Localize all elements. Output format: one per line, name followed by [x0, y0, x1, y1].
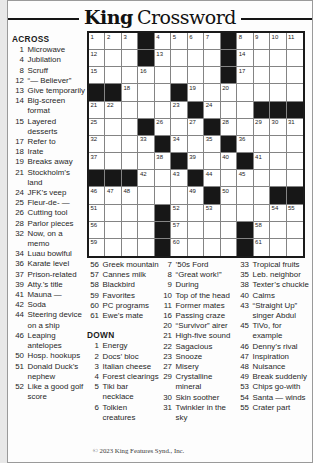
grid-cell[interactable]	[287, 67, 303, 84]
clue-text: Crystalline mineral	[176, 372, 238, 392]
grid-cell[interactable]: 6	[188, 33, 204, 50]
grid-cell[interactable]	[287, 50, 303, 67]
clue-item: 23Snooze	[160, 352, 237, 362]
clue-number: 52	[12, 382, 24, 402]
cell-number: 21	[91, 102, 98, 109]
grid-cell[interactable]	[122, 119, 138, 136]
clue-item: 12“— Believer”	[12, 76, 86, 86]
grid-cell[interactable]	[188, 67, 204, 84]
grid-cell[interactable]	[221, 205, 237, 222]
grid-cell[interactable]	[287, 136, 303, 153]
masthead-rule-left	[8, 18, 79, 20]
clue-text: Breaks away	[28, 157, 87, 167]
black-cell	[105, 170, 121, 187]
clue-text: Layered desserts	[28, 117, 87, 137]
grid-cell[interactable]	[138, 239, 154, 256]
across-clue-list-continued: 56Greek mountain57Cannes milk58Blackbird…	[87, 260, 159, 321]
grid-cell[interactable]: 27	[188, 119, 204, 136]
clue-number: 39	[12, 280, 24, 290]
clue-item: 35Leb. neighbor	[237, 270, 312, 280]
clue-number: 6	[87, 403, 99, 423]
grid-cell[interactable]	[270, 67, 286, 84]
clue-item: 15Layered desserts	[12, 117, 86, 137]
black-cell	[221, 33, 237, 50]
grid-cell[interactable]	[221, 222, 237, 239]
clue-number: 24	[12, 188, 24, 198]
cell-number: 45	[239, 171, 246, 178]
down-section: DOWN 1Energy2Docs’ bloc3Italian cheese4F…	[87, 330, 159, 423]
clue-text: PC programs	[103, 301, 160, 311]
clue-item: 16Passing craze	[160, 311, 237, 321]
cell-number: 47	[107, 188, 114, 195]
cell-number: 15	[91, 68, 98, 75]
cell-number: 26	[156, 119, 163, 126]
grid-cell[interactable]	[105, 136, 121, 153]
grid-cell[interactable]: 18	[122, 84, 138, 101]
grid-cell[interactable]: 36	[237, 136, 253, 153]
clue-number: 18	[12, 147, 24, 157]
cell-number: 10	[272, 34, 279, 41]
grid-cell[interactable]	[188, 50, 204, 67]
grid-cell[interactable]	[105, 67, 121, 84]
clue-number: 46	[237, 342, 249, 352]
cell-number: 36	[239, 136, 246, 143]
grid-cell[interactable]: 33	[138, 136, 154, 153]
grid-cell[interactable]: 26	[155, 119, 171, 136]
clue-item: 58Blackbird	[87, 280, 159, 290]
clue-number: 29	[160, 372, 172, 392]
grid-cell[interactable]	[237, 187, 253, 204]
clue-text: Tropical fruits	[253, 260, 313, 270]
clue-text: Inspiration	[253, 352, 313, 362]
grid-cell[interactable]	[105, 50, 121, 67]
black-cell	[171, 84, 187, 101]
clue-number: 46	[12, 331, 24, 351]
grid-cell[interactable]	[270, 50, 286, 67]
grid-cell[interactable]	[105, 239, 121, 256]
grid-cell[interactable]	[221, 170, 237, 187]
grid-cell[interactable]: 51	[89, 205, 105, 222]
cell-number: 57	[173, 222, 180, 229]
grid-cell[interactable]: 15	[89, 67, 105, 84]
clue-column-2: 56Greek mountain57Cannes milk58Blackbird…	[87, 260, 159, 423]
grid-cell[interactable]: 44	[204, 170, 220, 187]
grid-cell[interactable]	[270, 136, 286, 153]
clue-item: 44Steering device on a ship	[12, 310, 86, 330]
grid-cell[interactable]: 12	[89, 50, 105, 67]
grid-cell[interactable]	[122, 136, 138, 153]
grid-cell[interactable]: 8	[237, 33, 253, 50]
grid-cell[interactable]: 55	[287, 205, 303, 222]
clue-item: 30Skin soother	[160, 393, 237, 403]
black-cell	[221, 50, 237, 67]
clue-number: 25	[12, 198, 24, 208]
cell-number: 22	[107, 102, 114, 109]
grid-cell[interactable]	[155, 84, 171, 101]
clue-number: 55	[237, 403, 249, 413]
grid-cell[interactable]	[221, 102, 237, 119]
clue-text: Refer to	[28, 137, 87, 147]
cell-number: 42	[140, 171, 147, 178]
clue-item: 28Parlor pieces	[12, 219, 86, 229]
clue-item: 34Luau bowlful	[12, 249, 86, 259]
cell-number: 2	[107, 34, 110, 41]
grid-cell[interactable]: 41	[254, 153, 270, 170]
grid-cell[interactable]: 47	[105, 187, 121, 204]
clue-item: 27Misery	[160, 362, 237, 372]
clue-item: 18Irate	[12, 147, 86, 157]
clue-item: 59Favorites	[87, 291, 159, 301]
clue-number: 44	[12, 310, 24, 330]
clue-item: 41Mauna —	[12, 290, 86, 300]
clue-item: 40Calms	[237, 291, 312, 301]
grid-cell[interactable]	[287, 170, 303, 187]
clue-text: Leb. neighbor	[253, 270, 313, 280]
across-clue-column: ACROSS 1Microwave4Jubilation8Scruff12“— …	[12, 34, 86, 402]
clue-number: 34	[12, 249, 24, 259]
grid-cell[interactable]: 50	[221, 187, 237, 204]
grid-cell[interactable]	[122, 153, 138, 170]
down-clue-list: 1Energy2Docs’ bloc3Italian cheese4Forest…	[87, 341, 159, 423]
grid-cell[interactable]	[138, 153, 154, 170]
grid-cell[interactable]: 9	[254, 33, 270, 50]
cell-number: 5	[173, 34, 176, 41]
clue-number: 37	[12, 270, 24, 280]
grid-cell[interactable]	[138, 84, 154, 101]
cell-number: 27	[189, 119, 196, 126]
grid-cell[interactable]	[122, 222, 138, 239]
clue-item: 14Big-screen format	[12, 96, 86, 116]
grid-cell[interactable]: 61	[254, 239, 270, 256]
grid-cell[interactable]	[122, 50, 138, 67]
grid-cell[interactable]	[171, 119, 187, 136]
grid-cell[interactable]: 31	[287, 119, 303, 136]
grid-cell[interactable]: 13	[155, 50, 171, 67]
clue-number: 28	[12, 219, 24, 229]
grid-cell[interactable]: 4	[155, 33, 171, 50]
black-cell	[138, 33, 154, 50]
clue-number: 53	[237, 382, 249, 392]
clue-item: 17Refer to	[12, 137, 86, 147]
grid-cell[interactable]	[155, 187, 171, 204]
grid-cell[interactable]	[105, 222, 121, 239]
grid-cell[interactable]	[237, 119, 253, 136]
grid-cell[interactable]: 21	[89, 102, 105, 119]
grid-cell[interactable]: 56	[89, 222, 105, 239]
clue-number: 14	[12, 96, 24, 116]
clue-text: Luau bowlful	[28, 249, 87, 259]
grid-cell[interactable]	[237, 84, 253, 101]
grid-cell[interactable]	[270, 170, 286, 187]
clue-item: 8“Great work!”	[160, 270, 237, 280]
clue-item: 10Top of the head	[160, 291, 237, 301]
masthead-rule-right	[241, 18, 312, 20]
clue-text: Misery	[176, 362, 238, 372]
clue-item: 4Forest clearings	[87, 372, 159, 382]
down-header: DOWN	[87, 330, 159, 340]
grid-cell[interactable]: 53	[204, 205, 220, 222]
grid-cell[interactable]	[254, 84, 270, 101]
grid-cell[interactable]	[155, 170, 171, 187]
grid-cell[interactable]: 60	[171, 239, 187, 256]
clue-text: Italian cheese	[103, 362, 160, 372]
clue-text: Nuisance	[253, 362, 313, 372]
grid-cell[interactable]: 35	[204, 136, 220, 153]
clue-item: 43“Straight Up” singer Abdul	[237, 301, 312, 321]
clue-item: 2Docs’ bloc	[87, 352, 159, 362]
clue-text: Give temporarily	[28, 86, 87, 96]
clue-number: 3	[87, 362, 99, 372]
clue-number: 4	[87, 372, 99, 382]
down-clue-list-end: 33Tropical fruits35Leb. neighbor38Texter…	[237, 260, 312, 413]
grid-cell[interactable]: 14	[237, 50, 253, 67]
grid-cell[interactable]	[254, 170, 270, 187]
cell-number: 1	[91, 34, 94, 41]
grid-cell[interactable]: 32	[89, 136, 105, 153]
clue-text: Cutting tool	[28, 208, 87, 218]
grid-cell[interactable]	[105, 205, 121, 222]
clue-number: 56	[87, 260, 99, 270]
cell-number: 30	[272, 119, 279, 126]
clue-item: 51Donald Duck’s nephew	[12, 362, 86, 382]
grid-cell[interactable]: 38	[155, 153, 171, 170]
clue-number: 4	[12, 55, 24, 65]
clue-number: 16	[160, 311, 172, 321]
grid-cell[interactable]	[287, 84, 303, 101]
grid-cell[interactable]	[122, 239, 138, 256]
clue-item: 8Scruff	[12, 66, 86, 76]
grid-cell[interactable]: 46	[89, 187, 105, 204]
grid-cell[interactable]: 24	[204, 102, 220, 119]
clue-text: Big-screen format	[28, 96, 87, 116]
clue-text: Jubilation	[28, 55, 87, 65]
grid-cell[interactable]	[204, 153, 220, 170]
grid-cell[interactable]	[254, 187, 270, 204]
grid-cell[interactable]	[254, 136, 270, 153]
crossword-grid: 1234567891011121314151617181920212223242…	[87, 31, 305, 258]
black-cell	[237, 222, 253, 239]
clue-item: 21High-five sound	[160, 331, 237, 341]
black-cell	[237, 239, 253, 256]
grid-cell[interactable]: 29	[254, 119, 270, 136]
clue-text: Atty.’s title	[28, 280, 87, 290]
cell-number: 48	[123, 188, 130, 195]
clue-number: 47	[237, 352, 249, 362]
grid-cell[interactable]: 49	[188, 187, 204, 204]
grid-cell[interactable]: 19	[188, 84, 204, 101]
clue-text: Soda	[28, 300, 87, 310]
grid-cell[interactable]	[270, 222, 286, 239]
clue-number: 50	[12, 351, 24, 361]
grid-cell[interactable]: 23	[171, 102, 187, 119]
clue-item: 7’50s Ford	[160, 260, 237, 270]
grid-cell[interactable]: 20	[221, 84, 237, 101]
cell-number: 23	[173, 102, 180, 109]
cell-number: 17	[239, 68, 246, 75]
grid-cell[interactable]	[254, 205, 270, 222]
grid-cell[interactable]	[287, 222, 303, 239]
clue-text: Karate level	[28, 259, 87, 269]
grid-cell[interactable]: 16	[138, 67, 154, 84]
clue-text: Former mates	[176, 301, 238, 311]
clue-number: 45	[237, 321, 249, 341]
clue-item: 37Prison-related	[12, 270, 86, 280]
grid-cell[interactable]	[155, 67, 171, 84]
clue-text: During	[176, 280, 238, 290]
grid-cell[interactable]	[105, 153, 121, 170]
copyright-line: © 2023 King Features Synd., Inc.	[46, 447, 231, 454]
clue-number: 49	[237, 372, 249, 382]
grid-cell[interactable]	[270, 153, 286, 170]
clue-text: Chips go-with	[253, 382, 313, 392]
grid-cell[interactable]	[138, 187, 154, 204]
clue-number: 60	[87, 301, 99, 311]
clue-text: Favorites	[103, 291, 160, 301]
black-cell	[138, 50, 154, 67]
grid-cell[interactable]: 1	[89, 33, 105, 50]
across-clue-list: 1Microwave4Jubilation8Scruff12“— Believe…	[12, 45, 86, 402]
grid-cell[interactable]: 42	[138, 170, 154, 187]
cell-number: 53	[206, 205, 213, 212]
grid-cell[interactable]	[287, 239, 303, 256]
grid-cell[interactable]	[171, 50, 187, 67]
grid-cell[interactable]	[188, 205, 204, 222]
clue-number: 19	[12, 157, 24, 167]
black-cell	[171, 153, 187, 170]
grid-cell[interactable]	[138, 222, 154, 239]
clue-item: 53Chips go-with	[237, 382, 312, 392]
cell-number: 33	[140, 136, 147, 143]
clue-item: 5Tiki bar necklace	[87, 382, 159, 402]
grid-cell[interactable]: 39	[188, 153, 204, 170]
grid-cell[interactable]: 48	[122, 187, 138, 204]
clue-text: “Great work!”	[176, 270, 238, 280]
grid-cell[interactable]: 22	[105, 102, 121, 119]
grid-cell[interactable]	[122, 67, 138, 84]
clue-item: 36Karate level	[12, 259, 86, 269]
clue-number: 51	[12, 362, 24, 382]
clue-item: 11Former mates	[160, 301, 237, 311]
grid-cell[interactable]	[138, 102, 154, 119]
clue-text: Skin soother	[176, 393, 238, 403]
grid-cell[interactable]	[270, 84, 286, 101]
grid-cell[interactable]: 59	[89, 239, 105, 256]
across-header: ACROSS	[12, 34, 86, 44]
black-cell	[105, 84, 121, 101]
cell-number: 39	[189, 154, 196, 161]
clue-text: Now, on a memo	[28, 229, 87, 249]
black-cell	[155, 136, 171, 153]
grid-cell[interactable]: 17	[237, 67, 253, 84]
grid-cell[interactable]: 28	[221, 119, 237, 136]
clue-text: Tolkien creatures	[103, 403, 160, 423]
grid-cell[interactable]	[188, 239, 204, 256]
grid-cell[interactable]: 43	[171, 170, 187, 187]
clue-item: 24JFK’s veep	[12, 188, 86, 198]
grid-cell[interactable]: 40	[221, 153, 237, 170]
grid-cell[interactable]	[287, 153, 303, 170]
clue-item: 9During	[160, 280, 237, 290]
clue-number: 57	[87, 270, 99, 280]
grid-cell[interactable]	[188, 136, 204, 153]
clue-number: 26	[12, 208, 24, 218]
clue-item: 47Inspiration	[237, 352, 312, 362]
grid-cell[interactable]: 34	[171, 136, 187, 153]
clue-item: 42Soda	[12, 300, 86, 310]
clue-text: Top of the head	[176, 291, 238, 301]
grid-cell[interactable]	[122, 102, 138, 119]
clue-item: 61Ewe’s mate	[87, 311, 159, 321]
grid-cell[interactable]	[138, 205, 154, 222]
grid-cell[interactable]	[171, 187, 187, 204]
black-cell	[138, 119, 154, 136]
clue-item: 1Energy	[87, 341, 159, 351]
grid-cell[interactable]	[122, 205, 138, 222]
grid-cell[interactable]	[237, 205, 253, 222]
grid-cell[interactable]: 54	[270, 205, 286, 222]
grid-cell[interactable]: 30	[270, 119, 286, 136]
grid-cell[interactable]	[105, 119, 121, 136]
grid-cell[interactable]	[270, 239, 286, 256]
clue-number: 13	[12, 86, 24, 96]
grid-cell[interactable]	[171, 67, 187, 84]
clue-text: Energy	[103, 341, 160, 351]
clue-number: 30	[160, 393, 172, 403]
cell-number: 7	[206, 34, 209, 41]
cell-number: 12	[91, 51, 98, 58]
grid-cell[interactable]	[188, 222, 204, 239]
clue-number: 36	[12, 259, 24, 269]
grid-cell[interactable]	[204, 50, 220, 67]
grid-cell[interactable]: 37	[89, 153, 105, 170]
clue-number: 5	[87, 382, 99, 402]
black-cell	[188, 102, 204, 119]
grid-cell[interactable]: 25	[89, 119, 105, 136]
grid-cell[interactable]	[155, 102, 171, 119]
black-cell	[122, 170, 138, 187]
clue-item: 4Jubilation	[12, 55, 86, 65]
grid-cell[interactable]: 5	[171, 33, 187, 50]
grid-cell[interactable]	[204, 67, 220, 84]
clue-item: 6Tolkien creatures	[87, 403, 159, 423]
grid-cell[interactable]: 10	[270, 33, 286, 50]
grid-cell[interactable]	[204, 222, 220, 239]
grid-cell[interactable]: 3	[122, 33, 138, 50]
grid-cell[interactable]: 45	[237, 170, 253, 187]
clue-text: Like a good golf score	[28, 382, 87, 402]
grid-cell[interactable]: 7	[204, 33, 220, 50]
grid-cell[interactable]: 11	[287, 33, 303, 50]
grid-cell[interactable]	[237, 102, 253, 119]
clue-number: 40	[237, 291, 249, 301]
grid-cell[interactable]	[221, 239, 237, 256]
grid-cell[interactable]: 52	[171, 205, 187, 222]
clue-text: Santa — winds	[253, 393, 313, 403]
clue-item: 31Twinkler in the sky	[160, 403, 237, 423]
grid-cell[interactable]: 58	[254, 222, 270, 239]
clue-number: 1	[12, 45, 24, 55]
cell-number: 8	[239, 34, 242, 41]
grid-cell[interactable]	[254, 50, 270, 67]
clue-item: 26Cutting tool	[12, 208, 86, 218]
grid-cell[interactable]	[254, 67, 270, 84]
cell-number: 16	[140, 68, 147, 75]
clue-item: 39Atty.’s title	[12, 280, 86, 290]
grid-cell[interactable]	[204, 239, 220, 256]
grid-cell[interactable]: 57	[171, 222, 187, 239]
grid-cell[interactable]	[204, 84, 220, 101]
grid-cell[interactable]: 2	[105, 33, 121, 50]
